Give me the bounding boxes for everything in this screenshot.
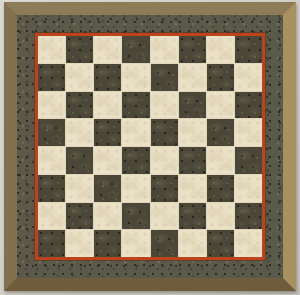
square-e1 bbox=[151, 230, 178, 257]
square-h3 bbox=[235, 175, 262, 202]
square-g7 bbox=[207, 64, 234, 91]
square-c2 bbox=[94, 203, 121, 230]
square-f5 bbox=[179, 119, 206, 146]
square-a5 bbox=[38, 119, 65, 146]
square-e8 bbox=[151, 36, 178, 63]
red-accent-border bbox=[35, 33, 265, 260]
square-b2 bbox=[66, 203, 93, 230]
square-b6 bbox=[66, 92, 93, 119]
square-g4 bbox=[207, 147, 234, 174]
square-a7 bbox=[38, 64, 65, 91]
square-h2 bbox=[235, 203, 262, 230]
square-a1 bbox=[38, 230, 65, 257]
square-g2 bbox=[207, 203, 234, 230]
photo-background bbox=[0, 0, 300, 295]
square-f1 bbox=[179, 230, 206, 257]
square-e7 bbox=[151, 64, 178, 91]
square-g6 bbox=[207, 92, 234, 119]
square-d1 bbox=[122, 230, 149, 257]
square-b4 bbox=[66, 147, 93, 174]
square-a4 bbox=[38, 147, 65, 174]
square-h7 bbox=[235, 64, 262, 91]
square-f6 bbox=[179, 92, 206, 119]
square-b5 bbox=[66, 119, 93, 146]
square-c6 bbox=[94, 92, 121, 119]
square-c3 bbox=[94, 175, 121, 202]
square-d2 bbox=[122, 203, 149, 230]
wooden-frame bbox=[4, 2, 296, 291]
square-a3 bbox=[38, 175, 65, 202]
square-c4 bbox=[94, 147, 121, 174]
square-d5 bbox=[122, 119, 149, 146]
square-c1 bbox=[94, 230, 121, 257]
square-e5 bbox=[151, 119, 178, 146]
square-h8 bbox=[235, 36, 262, 63]
square-h1 bbox=[235, 230, 262, 257]
square-f4 bbox=[179, 147, 206, 174]
square-a2 bbox=[38, 203, 65, 230]
square-b1 bbox=[66, 230, 93, 257]
square-c7 bbox=[94, 64, 121, 91]
square-f2 bbox=[179, 203, 206, 230]
square-c8 bbox=[94, 36, 121, 63]
square-h4 bbox=[235, 147, 262, 174]
square-d7 bbox=[122, 64, 149, 91]
square-d3 bbox=[122, 175, 149, 202]
square-e4 bbox=[151, 147, 178, 174]
square-b3 bbox=[66, 175, 93, 202]
square-f3 bbox=[179, 175, 206, 202]
speckled-marble-border bbox=[17, 15, 283, 278]
square-h5 bbox=[235, 119, 262, 146]
square-b8 bbox=[66, 36, 93, 63]
square-d4 bbox=[122, 147, 149, 174]
square-f7 bbox=[179, 64, 206, 91]
square-a6 bbox=[38, 92, 65, 119]
square-h6 bbox=[235, 92, 262, 119]
square-g8 bbox=[207, 36, 234, 63]
square-b7 bbox=[66, 64, 93, 91]
square-c5 bbox=[94, 119, 121, 146]
square-e3 bbox=[151, 175, 178, 202]
square-g1 bbox=[207, 230, 234, 257]
square-a8 bbox=[38, 36, 65, 63]
square-d6 bbox=[122, 92, 149, 119]
square-d8 bbox=[122, 36, 149, 63]
square-e6 bbox=[151, 92, 178, 119]
square-g5 bbox=[207, 119, 234, 146]
square-e2 bbox=[151, 203, 178, 230]
square-f8 bbox=[179, 36, 206, 63]
chess-board bbox=[38, 36, 262, 257]
square-g3 bbox=[207, 175, 234, 202]
